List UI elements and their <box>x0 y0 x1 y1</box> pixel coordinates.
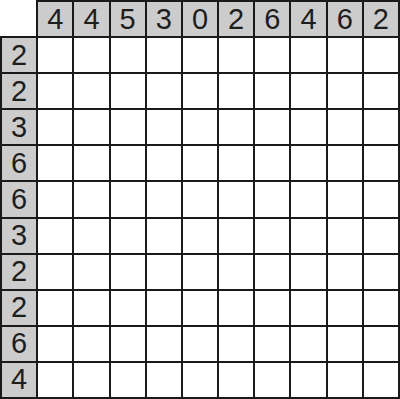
col-clue-4: 3 <box>145 0 181 36</box>
col-clue-7: 6 <box>253 0 289 36</box>
col-clue-1: 4 <box>36 0 72 36</box>
cell-r1-c10[interactable] <box>362 36 398 72</box>
cell-r10-c2[interactable] <box>72 361 108 397</box>
cell-r9-c3[interactable] <box>109 325 145 361</box>
row-clue-4: 6 <box>0 144 36 180</box>
cell-r9-c8[interactable] <box>289 325 325 361</box>
col-clue-9: 6 <box>326 0 362 36</box>
cell-r7-c10[interactable] <box>362 253 398 289</box>
cell-r1-c3[interactable] <box>109 36 145 72</box>
cell-r6-c10[interactable] <box>362 217 398 253</box>
cell-r5-c3[interactable] <box>109 180 145 216</box>
cell-r8-c7[interactable] <box>253 289 289 325</box>
cell-r4-c6[interactable] <box>217 144 253 180</box>
cell-r4-c1[interactable] <box>36 144 72 180</box>
row-clue-7: 2 <box>0 253 36 289</box>
cell-r4-c7[interactable] <box>253 144 289 180</box>
cell-r7-c6[interactable] <box>217 253 253 289</box>
cell-r9-c4[interactable] <box>145 325 181 361</box>
cell-r2-c2[interactable] <box>72 72 108 108</box>
cell-r7-c7[interactable] <box>253 253 289 289</box>
cell-r2-c1[interactable] <box>36 72 72 108</box>
cell-r8-c2[interactable] <box>72 289 108 325</box>
cell-r1-c7[interactable] <box>253 36 289 72</box>
cell-r10-c3[interactable] <box>109 361 145 397</box>
cell-r7-c8[interactable] <box>289 253 325 289</box>
cell-r3-c2[interactable] <box>72 108 108 144</box>
cell-r1-c4[interactable] <box>145 36 181 72</box>
cell-r7-c4[interactable] <box>145 253 181 289</box>
col-clue-10: 2 <box>362 0 398 36</box>
cell-r9-c7[interactable] <box>253 325 289 361</box>
cell-r5-c4[interactable] <box>145 180 181 216</box>
col-clue-2: 4 <box>72 0 108 36</box>
cell-r10-c10[interactable] <box>362 361 398 397</box>
cell-r6-c6[interactable] <box>217 217 253 253</box>
row-clue-9: 6 <box>0 325 36 361</box>
cell-r6-c2[interactable] <box>72 217 108 253</box>
cell-r10-c5[interactable] <box>181 361 217 397</box>
cell-r8-c8[interactable] <box>289 289 325 325</box>
cell-r3-c1[interactable] <box>36 108 72 144</box>
cell-r5-c7[interactable] <box>253 180 289 216</box>
cell-r5-c6[interactable] <box>217 180 253 216</box>
cell-r5-c5[interactable] <box>181 180 217 216</box>
row-clue-3: 3 <box>0 108 36 144</box>
cell-r6-c8[interactable] <box>289 217 325 253</box>
cell-r4-c9[interactable] <box>326 144 362 180</box>
cell-r10-c6[interactable] <box>217 361 253 397</box>
cell-r8-c9[interactable] <box>326 289 362 325</box>
cell-r9-c2[interactable] <box>72 325 108 361</box>
cell-r10-c9[interactable] <box>326 361 362 397</box>
cell-r3-c3[interactable] <box>109 108 145 144</box>
cell-r10-c8[interactable] <box>289 361 325 397</box>
cell-r2-c5[interactable] <box>181 72 217 108</box>
cell-r3-c7[interactable] <box>253 108 289 144</box>
cell-r9-c10[interactable] <box>362 325 398 361</box>
cell-r10-c4[interactable] <box>145 361 181 397</box>
cell-r3-c5[interactable] <box>181 108 217 144</box>
cell-r7-c2[interactable] <box>72 253 108 289</box>
cell-r6-c3[interactable] <box>109 217 145 253</box>
cell-r3-c4[interactable] <box>145 108 181 144</box>
cell-r7-c3[interactable] <box>109 253 145 289</box>
cell-r2-c9[interactable] <box>326 72 362 108</box>
cell-r9-c5[interactable] <box>181 325 217 361</box>
cell-r6-c9[interactable] <box>326 217 362 253</box>
cell-r2-c6[interactable] <box>217 72 253 108</box>
cell-r7-c9[interactable] <box>326 253 362 289</box>
cell-r9-c1[interactable] <box>36 325 72 361</box>
cell-r1-c6[interactable] <box>217 36 253 72</box>
cell-r1-c5[interactable] <box>181 36 217 72</box>
cell-r2-c8[interactable] <box>289 72 325 108</box>
cell-r5-c2[interactable] <box>72 180 108 216</box>
cell-r6-c4[interactable] <box>145 217 181 253</box>
row-clue-6: 3 <box>0 217 36 253</box>
cell-r2-c7[interactable] <box>253 72 289 108</box>
col-clue-5: 0 <box>181 0 217 36</box>
cell-r2-c4[interactable] <box>145 72 181 108</box>
cell-r3-c10[interactable] <box>362 108 398 144</box>
col-clue-3: 5 <box>109 0 145 36</box>
corner-cell <box>0 0 36 36</box>
cell-r8-c4[interactable] <box>145 289 181 325</box>
cell-r4-c4[interactable] <box>145 144 181 180</box>
cell-r8-c10[interactable] <box>362 289 398 325</box>
col-clue-8: 4 <box>289 0 325 36</box>
cell-r4-c5[interactable] <box>181 144 217 180</box>
row-clue-1: 2 <box>0 36 36 72</box>
cell-r10-c7[interactable] <box>253 361 289 397</box>
cell-r4-c2[interactable] <box>72 144 108 180</box>
cell-r1-c8[interactable] <box>289 36 325 72</box>
cell-r2-c10[interactable] <box>362 72 398 108</box>
cell-r1-c1[interactable] <box>36 36 72 72</box>
cell-r5-c10[interactable] <box>362 180 398 216</box>
cell-r6-c5[interactable] <box>181 217 217 253</box>
cell-r3-c6[interactable] <box>217 108 253 144</box>
cell-r4-c10[interactable] <box>362 144 398 180</box>
col-clue-6: 2 <box>217 0 253 36</box>
cell-r6-c1[interactable] <box>36 217 72 253</box>
cell-r1-c9[interactable] <box>326 36 362 72</box>
row-clue-5: 6 <box>0 180 36 216</box>
cell-r4-c3[interactable] <box>109 144 145 180</box>
cell-r9-c9[interactable] <box>326 325 362 361</box>
row-clue-2: 2 <box>0 72 36 108</box>
cell-r6-c7[interactable] <box>253 217 289 253</box>
cell-r7-c5[interactable] <box>181 253 217 289</box>
cell-r4-c8[interactable] <box>289 144 325 180</box>
row-clue-8: 2 <box>0 289 36 325</box>
cell-r8-c5[interactable] <box>181 289 217 325</box>
cell-r10-c1[interactable] <box>36 361 72 397</box>
cell-r5-c1[interactable] <box>36 180 72 216</box>
cell-r2-c3[interactable] <box>109 72 145 108</box>
cell-r8-c1[interactable] <box>36 289 72 325</box>
cell-r3-c9[interactable] <box>326 108 362 144</box>
cell-r5-c8[interactable] <box>289 180 325 216</box>
row-clue-10: 4 <box>0 361 36 397</box>
cell-r7-c1[interactable] <box>36 253 72 289</box>
cell-r9-c6[interactable] <box>217 325 253 361</box>
cell-r8-c6[interactable] <box>217 289 253 325</box>
cell-r5-c9[interactable] <box>326 180 362 216</box>
cell-r8-c3[interactable] <box>109 289 145 325</box>
cell-r1-c2[interactable] <box>72 36 108 72</box>
cell-r3-c8[interactable] <box>289 108 325 144</box>
nonogram-board: 44530264622236632264 <box>0 0 400 399</box>
